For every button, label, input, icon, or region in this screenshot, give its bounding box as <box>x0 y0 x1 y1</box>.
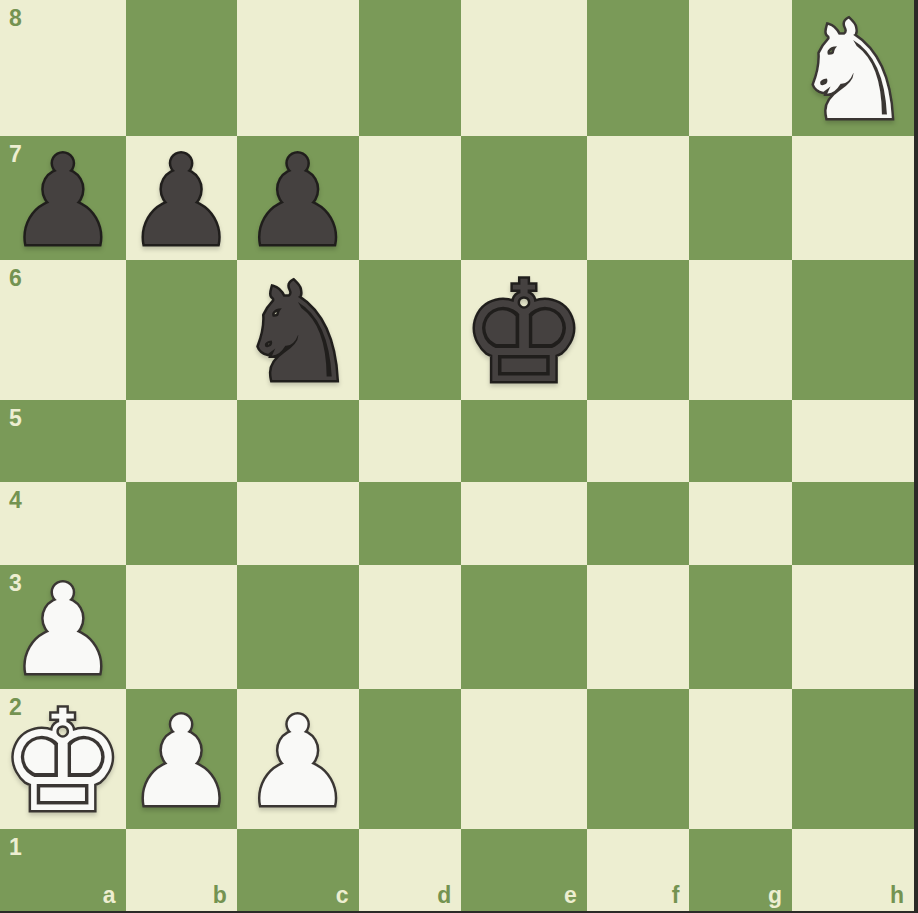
square-c4[interactable] <box>237 482 359 564</box>
piece-black-king-e6[interactable]: ♚︎ <box>461 263 587 403</box>
square-e6[interactable]: ♚︎ <box>461 260 587 400</box>
square-b2[interactable]: ♟︎ <box>126 689 237 829</box>
square-e4[interactable] <box>461 482 587 564</box>
square-a7[interactable]: 7♟︎ <box>0 136 126 260</box>
square-b1[interactable]: b <box>126 829 237 911</box>
square-e2[interactable] <box>461 689 587 829</box>
square-d5[interactable] <box>359 400 462 482</box>
square-c3[interactable] <box>237 565 359 689</box>
file-label-f: f <box>672 884 680 907</box>
square-f1[interactable]: f <box>587 829 690 911</box>
square-b4[interactable] <box>126 482 237 564</box>
piece-black-pawn-c7[interactable]: ♟︎ <box>242 139 353 263</box>
square-h8[interactable]: ♞︎ <box>792 0 914 136</box>
square-d3[interactable] <box>359 565 462 689</box>
square-c1[interactable]: c <box>237 829 359 911</box>
square-g3[interactable] <box>689 565 792 689</box>
square-d2[interactable] <box>359 689 462 829</box>
file-label-e: e <box>564 884 577 907</box>
file-label-a: a <box>103 884 116 907</box>
square-e8[interactable] <box>461 0 587 136</box>
square-e7[interactable] <box>461 136 587 260</box>
square-d4[interactable] <box>359 482 462 564</box>
square-b7[interactable]: ♟︎ <box>126 136 237 260</box>
square-b5[interactable] <box>126 400 237 482</box>
square-a4[interactable]: 4 <box>0 482 126 564</box>
rank-label-8: 8 <box>9 7 22 30</box>
square-e5[interactable] <box>461 400 587 482</box>
square-c8[interactable] <box>237 0 359 136</box>
square-h5[interactable] <box>792 400 914 482</box>
square-b3[interactable] <box>126 565 237 689</box>
square-a3[interactable]: 3♟︎ <box>0 565 126 689</box>
square-b6[interactable] <box>126 260 237 400</box>
piece-black-pawn-b7[interactable]: ♟︎ <box>126 139 237 263</box>
square-g2[interactable] <box>689 689 792 829</box>
square-g1[interactable]: g <box>689 829 792 911</box>
piece-white-king-a2[interactable]: ♚︎ <box>0 692 126 832</box>
square-h1[interactable]: h <box>792 829 914 911</box>
square-a5[interactable]: 5 <box>0 400 126 482</box>
square-f2[interactable] <box>587 689 690 829</box>
square-f3[interactable] <box>587 565 690 689</box>
piece-white-knight-h8[interactable]: ♞︎ <box>792 3 914 139</box>
square-h2[interactable] <box>792 689 914 829</box>
piece-white-pawn-b2[interactable]: ♟︎ <box>126 700 237 824</box>
square-e1[interactable]: e <box>461 829 587 911</box>
rank-label-1: 1 <box>9 836 22 859</box>
file-label-c: c <box>336 884 349 907</box>
rank-label-4: 4 <box>9 489 22 512</box>
square-c5[interactable] <box>237 400 359 482</box>
square-c6[interactable]: ♞︎ <box>237 260 359 400</box>
chess-board-frame: 8♞︎7♟︎♟︎♟︎6♞︎♚︎543♟︎2♚︎♟︎♟︎1abcdefgh <box>0 0 918 913</box>
square-h6[interactable] <box>792 260 914 400</box>
file-label-b: b <box>213 884 227 907</box>
square-a6[interactable]: 6 <box>0 260 126 400</box>
square-g6[interactable] <box>689 260 792 400</box>
file-label-h: h <box>890 884 904 907</box>
rank-label-5: 5 <box>9 407 22 430</box>
square-f7[interactable] <box>587 136 690 260</box>
square-d8[interactable] <box>359 0 462 136</box>
square-d7[interactable] <box>359 136 462 260</box>
square-a1[interactable]: 1a <box>0 829 126 911</box>
square-b8[interactable] <box>126 0 237 136</box>
square-d1[interactable]: d <box>359 829 462 911</box>
piece-black-knight-c6[interactable]: ♞︎ <box>237 265 359 401</box>
chess-board: 8♞︎7♟︎♟︎♟︎6♞︎♚︎543♟︎2♚︎♟︎♟︎1abcdefgh <box>0 0 914 911</box>
file-label-d: d <box>437 884 451 907</box>
square-f5[interactable] <box>587 400 690 482</box>
square-a2[interactable]: 2♚︎ <box>0 689 126 829</box>
rank-label-6: 6 <box>9 267 22 290</box>
square-d6[interactable] <box>359 260 462 400</box>
square-e3[interactable] <box>461 565 587 689</box>
square-g7[interactable] <box>689 136 792 260</box>
square-h3[interactable] <box>792 565 914 689</box>
square-g8[interactable] <box>689 0 792 136</box>
square-c7[interactable]: ♟︎ <box>237 136 359 260</box>
square-f8[interactable] <box>587 0 690 136</box>
square-h4[interactable] <box>792 482 914 564</box>
piece-white-pawn-c2[interactable]: ♟︎ <box>242 700 353 824</box>
square-f4[interactable] <box>587 482 690 564</box>
square-a8[interactable]: 8 <box>0 0 126 136</box>
piece-white-pawn-a3[interactable]: ♟︎ <box>7 568 118 692</box>
square-g5[interactable] <box>689 400 792 482</box>
piece-black-pawn-a7[interactable]: ♟︎ <box>7 139 118 263</box>
file-label-g: g <box>768 884 782 907</box>
square-f6[interactable] <box>587 260 690 400</box>
square-g4[interactable] <box>689 482 792 564</box>
square-h7[interactable] <box>792 136 914 260</box>
square-c2[interactable]: ♟︎ <box>237 689 359 829</box>
